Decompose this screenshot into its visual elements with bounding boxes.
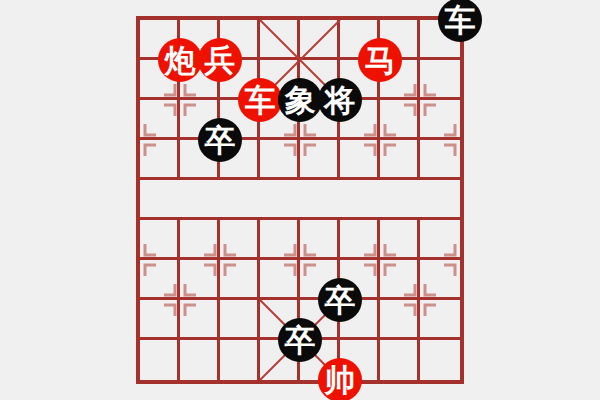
board-cell [180,260,220,300]
piece-red-chariot[interactable]: 车 [238,78,282,122]
xiangqi-board-stage: 车炮兵马车象将卒卒卒帅 [0,0,600,400]
board-cell [140,300,180,340]
piece-black-chariot[interactable]: 车 [438,0,482,42]
board-cell [260,220,300,260]
piece-red-horse[interactable]: 马 [358,38,402,82]
piece-red-general[interactable]: 帅 [318,358,362,400]
board-cell [220,180,260,220]
board-cell [420,260,460,300]
board-cell [300,20,340,60]
board-cell [180,340,220,380]
board-cell [220,340,260,380]
piece-red-cannon[interactable]: 炮 [158,38,202,82]
board-cell [340,180,380,220]
board-cell [380,220,420,260]
board-cell [300,140,340,180]
board-cell [220,220,260,260]
board-cell [140,220,180,260]
board-cell [140,140,180,180]
board-cell [420,100,460,140]
board-cell [420,340,460,380]
piece-black-soldier[interactable]: 卒 [278,318,322,362]
board-cell [140,340,180,380]
board-cell [380,100,420,140]
board-cell [140,260,180,300]
board-cell [340,220,380,260]
piece-black-elephant[interactable]: 象 [278,78,322,122]
board-cell [340,140,380,180]
board-cell [420,140,460,180]
board-cell [300,180,340,220]
board-cell [260,260,300,300]
board-cell [420,220,460,260]
board-cell [380,260,420,300]
board-cell [260,180,300,220]
board-cell [140,180,180,220]
piece-black-soldier[interactable]: 卒 [198,118,242,162]
piece-black-soldier[interactable]: 卒 [318,278,362,322]
board-cell [380,140,420,180]
board-cell [180,180,220,220]
piece-red-soldier[interactable]: 兵 [198,38,242,82]
board-cell [220,260,260,300]
board-cell [260,140,300,180]
board-cell [420,300,460,340]
board-cell [420,180,460,220]
board-cell [380,300,420,340]
board-cell [140,100,180,140]
piece-black-general[interactable]: 将 [318,78,362,122]
board-cell [180,300,220,340]
board-cell [300,220,340,260]
board-cell [220,300,260,340]
board-cell [260,20,300,60]
board-cell [380,340,420,380]
board-cell [180,220,220,260]
board-cell [420,60,460,100]
board-cell [380,180,420,220]
